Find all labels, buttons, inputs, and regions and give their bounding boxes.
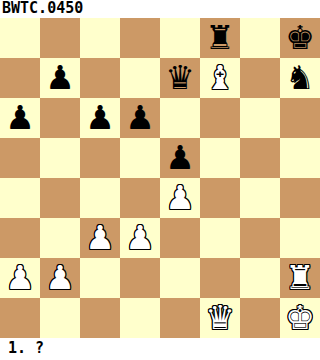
square-d5[interactable] bbox=[120, 138, 160, 178]
square-a4[interactable] bbox=[0, 178, 40, 218]
square-d6[interactable]: ♟ bbox=[120, 98, 160, 138]
square-e3[interactable] bbox=[160, 218, 200, 258]
square-h7[interactable]: ♞ bbox=[280, 58, 320, 98]
square-d8[interactable] bbox=[120, 18, 160, 58]
square-b5[interactable] bbox=[40, 138, 80, 178]
square-b6[interactable] bbox=[40, 98, 80, 138]
square-a3[interactable] bbox=[0, 218, 40, 258]
square-e8[interactable] bbox=[160, 18, 200, 58]
black-pawn[interactable]: ♟ bbox=[125, 98, 155, 138]
square-b3[interactable] bbox=[40, 218, 80, 258]
square-f2[interactable] bbox=[200, 258, 240, 298]
square-a2[interactable]: ♟ bbox=[0, 258, 40, 298]
square-f7[interactable]: ♝ bbox=[200, 58, 240, 98]
square-b8[interactable] bbox=[40, 18, 80, 58]
square-c6[interactable]: ♟ bbox=[80, 98, 120, 138]
square-a7[interactable] bbox=[0, 58, 40, 98]
puzzle-title: BWTC.0450 bbox=[0, 0, 320, 18]
square-c4[interactable] bbox=[80, 178, 120, 218]
black-pawn[interactable]: ♟ bbox=[165, 138, 195, 178]
square-a5[interactable] bbox=[0, 138, 40, 178]
square-b2[interactable]: ♟ bbox=[40, 258, 80, 298]
square-h4[interactable] bbox=[280, 178, 320, 218]
square-e4[interactable]: ♟ bbox=[160, 178, 200, 218]
square-d3[interactable]: ♟ bbox=[120, 218, 160, 258]
square-f6[interactable] bbox=[200, 98, 240, 138]
square-c7[interactable] bbox=[80, 58, 120, 98]
square-f3[interactable] bbox=[200, 218, 240, 258]
square-h1[interactable]: ♚ bbox=[280, 298, 320, 338]
black-knight[interactable]: ♞ bbox=[285, 58, 315, 98]
square-d2[interactable] bbox=[120, 258, 160, 298]
square-g8[interactable] bbox=[240, 18, 280, 58]
square-g4[interactable] bbox=[240, 178, 280, 218]
white-pawn[interactable]: ♟ bbox=[165, 178, 195, 218]
square-c5[interactable] bbox=[80, 138, 120, 178]
black-pawn[interactable]: ♟ bbox=[5, 98, 35, 138]
square-b1[interactable] bbox=[40, 298, 80, 338]
square-b4[interactable] bbox=[40, 178, 80, 218]
square-d7[interactable] bbox=[120, 58, 160, 98]
square-e6[interactable] bbox=[160, 98, 200, 138]
move-prompt: 1. ? bbox=[0, 338, 320, 360]
square-g2[interactable] bbox=[240, 258, 280, 298]
square-h8[interactable]: ♚ bbox=[280, 18, 320, 58]
square-g6[interactable] bbox=[240, 98, 280, 138]
black-pawn[interactable]: ♟ bbox=[45, 58, 75, 98]
square-h5[interactable] bbox=[280, 138, 320, 178]
white-bishop[interactable]: ♝ bbox=[205, 58, 235, 98]
white-pawn[interactable]: ♟ bbox=[45, 258, 75, 298]
white-pawn[interactable]: ♟ bbox=[125, 218, 155, 258]
square-f8[interactable]: ♜ bbox=[200, 18, 240, 58]
square-f1[interactable]: ♛ bbox=[200, 298, 240, 338]
square-e2[interactable] bbox=[160, 258, 200, 298]
square-c2[interactable] bbox=[80, 258, 120, 298]
square-e5[interactable]: ♟ bbox=[160, 138, 200, 178]
white-pawn[interactable]: ♟ bbox=[5, 258, 35, 298]
square-d4[interactable] bbox=[120, 178, 160, 218]
white-king[interactable]: ♚ bbox=[285, 298, 315, 338]
square-c1[interactable] bbox=[80, 298, 120, 338]
square-e7[interactable]: ♛ bbox=[160, 58, 200, 98]
black-pawn[interactable]: ♟ bbox=[85, 98, 115, 138]
square-e1[interactable] bbox=[160, 298, 200, 338]
square-d1[interactable] bbox=[120, 298, 160, 338]
square-f5[interactable] bbox=[200, 138, 240, 178]
square-a1[interactable] bbox=[0, 298, 40, 338]
black-queen[interactable]: ♛ bbox=[165, 58, 195, 98]
black-rook[interactable]: ♜ bbox=[205, 18, 235, 58]
square-c8[interactable] bbox=[80, 18, 120, 58]
square-b7[interactable]: ♟ bbox=[40, 58, 80, 98]
black-king[interactable]: ♚ bbox=[285, 18, 315, 58]
square-g1[interactable] bbox=[240, 298, 280, 338]
white-queen[interactable]: ♛ bbox=[205, 298, 235, 338]
square-h3[interactable] bbox=[280, 218, 320, 258]
white-pawn[interactable]: ♟ bbox=[85, 218, 115, 258]
square-c3[interactable]: ♟ bbox=[80, 218, 120, 258]
square-g3[interactable] bbox=[240, 218, 280, 258]
square-a6[interactable]: ♟ bbox=[0, 98, 40, 138]
square-g5[interactable] bbox=[240, 138, 280, 178]
square-a8[interactable] bbox=[0, 18, 40, 58]
square-h6[interactable] bbox=[280, 98, 320, 138]
white-rook[interactable]: ♜ bbox=[285, 258, 315, 298]
square-g7[interactable] bbox=[240, 58, 280, 98]
chess-board: ♜♚♟♛♝♞♟♟♟♟♟♟♟♟♟♜♛♚ bbox=[0, 18, 320, 338]
square-f4[interactable] bbox=[200, 178, 240, 218]
square-h2[interactable]: ♜ bbox=[280, 258, 320, 298]
